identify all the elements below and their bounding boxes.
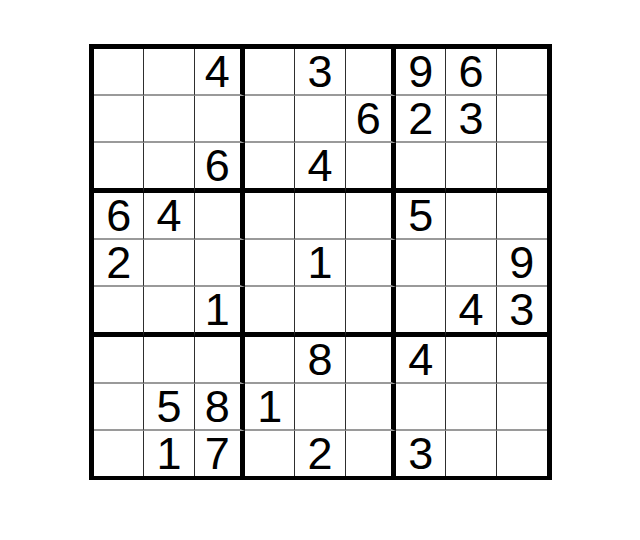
given-digit: 5 <box>156 384 181 429</box>
cell-r2c6: 6 <box>346 96 396 143</box>
given-digit: 1 <box>156 431 181 476</box>
cell-r4c8[interactable] <box>446 193 496 240</box>
cell-r3c8[interactable] <box>446 143 496 193</box>
given-digit: 4 <box>307 143 332 188</box>
cell-r3c9[interactable] <box>497 143 547 193</box>
cell-r8c1[interactable] <box>94 384 144 431</box>
cell-r4c2: 4 <box>144 193 194 240</box>
cell-r1c7: 9 <box>396 49 446 96</box>
cell-r8c8[interactable] <box>446 384 496 431</box>
given-digit: 9 <box>509 240 534 285</box>
cell-r8c6[interactable] <box>346 384 396 431</box>
cell-r8c4: 1 <box>245 384 295 431</box>
cell-r6c3: 1 <box>195 287 245 337</box>
given-digit: 1 <box>205 287 230 332</box>
given-digit: 8 <box>205 384 230 429</box>
given-digit: 2 <box>106 240 131 285</box>
cell-r2c4[interactable] <box>245 96 295 143</box>
cell-r6c1[interactable] <box>94 287 144 337</box>
cell-r9c4[interactable] <box>245 431 295 476</box>
cell-r9c1[interactable] <box>94 431 144 476</box>
cell-r2c3[interactable] <box>195 96 245 143</box>
cell-r1c5: 3 <box>295 49 345 96</box>
cell-r7c4[interactable] <box>245 337 295 384</box>
given-digit: 7 <box>205 431 230 476</box>
cell-r1c1[interactable] <box>94 49 144 96</box>
cell-r5c9: 9 <box>497 240 547 287</box>
cell-r6c9: 3 <box>497 287 547 337</box>
given-digit: 4 <box>205 49 230 94</box>
cell-r7c5: 8 <box>295 337 345 384</box>
cell-r6c5[interactable] <box>295 287 345 337</box>
given-digit: 1 <box>307 240 332 285</box>
cell-r9c9[interactable] <box>497 431 547 476</box>
cell-r8c9[interactable] <box>497 384 547 431</box>
given-digit: 6 <box>458 49 483 94</box>
cell-r2c5[interactable] <box>295 96 345 143</box>
given-digit: 5 <box>408 193 433 238</box>
given-digit: 8 <box>307 337 332 382</box>
cell-r7c8[interactable] <box>446 337 496 384</box>
cell-r7c7: 4 <box>396 337 446 384</box>
cell-r5c7[interactable] <box>396 240 446 287</box>
cell-r3c3: 6 <box>195 143 245 193</box>
cell-r3c6[interactable] <box>346 143 396 193</box>
cell-r9c2: 1 <box>144 431 194 476</box>
cell-r6c2[interactable] <box>144 287 194 337</box>
cell-r7c9[interactable] <box>497 337 547 384</box>
given-digit: 4 <box>156 193 181 238</box>
cell-r5c4[interactable] <box>245 240 295 287</box>
cell-r5c3[interactable] <box>195 240 245 287</box>
cell-r8c2: 5 <box>144 384 194 431</box>
cell-r9c7: 3 <box>396 431 446 476</box>
cell-r4c5[interactable] <box>295 193 345 240</box>
cell-r3c2[interactable] <box>144 143 194 193</box>
cell-r9c5: 2 <box>295 431 345 476</box>
given-digit: 2 <box>307 431 332 476</box>
cell-r5c5: 1 <box>295 240 345 287</box>
cell-r1c2[interactable] <box>144 49 194 96</box>
cell-r8c7[interactable] <box>396 384 446 431</box>
cell-r2c7: 2 <box>396 96 446 143</box>
cell-r5c1: 2 <box>94 240 144 287</box>
cell-r4c9[interactable] <box>497 193 547 240</box>
cell-r4c4[interactable] <box>245 193 295 240</box>
given-digit: 1 <box>257 384 282 429</box>
cell-r3c4[interactable] <box>245 143 295 193</box>
cell-r5c2[interactable] <box>144 240 194 287</box>
given-digit: 2 <box>408 96 433 141</box>
cell-r4c1: 6 <box>94 193 144 240</box>
given-digit: 4 <box>458 287 483 332</box>
cell-r8c3: 8 <box>195 384 245 431</box>
cell-r6c8: 4 <box>446 287 496 337</box>
cell-r4c6[interactable] <box>346 193 396 240</box>
cell-r9c3: 7 <box>195 431 245 476</box>
cell-r1c3: 4 <box>195 49 245 96</box>
given-digit: 9 <box>408 49 433 94</box>
cell-r3c1[interactable] <box>94 143 144 193</box>
cell-r8c5[interactable] <box>295 384 345 431</box>
given-digit: 6 <box>356 96 381 141</box>
cell-r5c6[interactable] <box>346 240 396 287</box>
cell-r7c3[interactable] <box>195 337 245 384</box>
cell-r9c8[interactable] <box>446 431 496 476</box>
cell-r1c8: 6 <box>446 49 496 96</box>
cell-r2c1[interactable] <box>94 96 144 143</box>
given-digit: 6 <box>106 193 131 238</box>
cell-r6c4[interactable] <box>245 287 295 337</box>
cell-r7c6[interactable] <box>346 337 396 384</box>
sudoku-page: 439662364645219143845811723 <box>0 0 640 540</box>
given-digit: 3 <box>307 49 332 94</box>
cell-r1c9[interactable] <box>497 49 547 96</box>
given-digit: 4 <box>408 337 433 382</box>
given-digit: 3 <box>509 287 534 332</box>
cell-r1c6[interactable] <box>346 49 396 96</box>
cell-r4c7: 5 <box>396 193 446 240</box>
cell-r4c3[interactable] <box>195 193 245 240</box>
cell-r2c9[interactable] <box>497 96 547 143</box>
given-digit: 3 <box>408 431 433 476</box>
cell-r2c2[interactable] <box>144 96 194 143</box>
sudoku-board: 439662364645219143845811723 <box>89 44 552 480</box>
cell-r9c6[interactable] <box>346 431 396 476</box>
cell-r2c8: 3 <box>446 96 496 143</box>
cell-r1c4[interactable] <box>245 49 295 96</box>
given-digit: 3 <box>458 96 483 141</box>
cell-r7c2[interactable] <box>144 337 194 384</box>
cell-r3c5: 4 <box>295 143 345 193</box>
cell-r6c7[interactable] <box>396 287 446 337</box>
cell-r7c1[interactable] <box>94 337 144 384</box>
cell-r5c8[interactable] <box>446 240 496 287</box>
cell-r6c6[interactable] <box>346 287 396 337</box>
cell-r3c7[interactable] <box>396 143 446 193</box>
given-digit: 6 <box>205 143 230 188</box>
